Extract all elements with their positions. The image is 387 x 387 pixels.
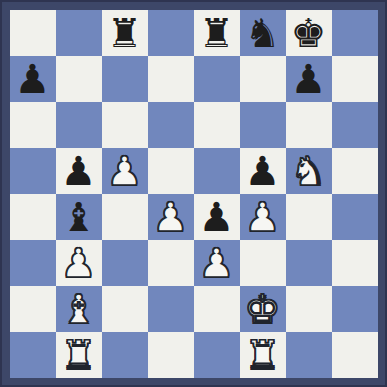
square-f2[interactable]: ♚ — [240, 286, 286, 332]
piece-black-pawn[interactable]: ♟ — [199, 194, 235, 240]
square-d6[interactable] — [148, 102, 194, 148]
square-e1[interactable] — [194, 332, 240, 378]
square-g1[interactable] — [286, 332, 332, 378]
piece-black-pawn[interactable]: ♟ — [291, 56, 327, 102]
square-d7[interactable] — [148, 56, 194, 102]
square-c2[interactable] — [102, 286, 148, 332]
piece-white-knight[interactable]: ♞ — [291, 148, 327, 194]
square-c5[interactable]: ♟ — [102, 148, 148, 194]
piece-black-pawn[interactable]: ♟ — [61, 148, 97, 194]
square-b2[interactable]: ♝ — [56, 286, 102, 332]
square-b5[interactable]: ♟ — [56, 148, 102, 194]
square-g8[interactable]: ♚ — [286, 10, 332, 56]
piece-black-king[interactable]: ♚ — [291, 10, 327, 56]
square-b1[interactable]: ♜ — [56, 332, 102, 378]
square-f7[interactable] — [240, 56, 286, 102]
square-a7[interactable]: ♟ — [10, 56, 56, 102]
chess-board: ♜♜♞♚♟♟♟♟♟♞♝♟♟♟♟♟♝♚♜♜ — [10, 10, 378, 378]
square-c1[interactable] — [102, 332, 148, 378]
square-d3[interactable] — [148, 240, 194, 286]
square-e3[interactable]: ♟ — [194, 240, 240, 286]
square-h5[interactable] — [332, 148, 378, 194]
square-h6[interactable] — [332, 102, 378, 148]
piece-white-pawn[interactable]: ♟ — [245, 194, 281, 240]
square-g5[interactable]: ♞ — [286, 148, 332, 194]
square-h8[interactable] — [332, 10, 378, 56]
square-d8[interactable] — [148, 10, 194, 56]
square-g4[interactable] — [286, 194, 332, 240]
square-g6[interactable] — [286, 102, 332, 148]
piece-black-knight[interactable]: ♞ — [245, 10, 281, 56]
piece-white-pawn[interactable]: ♟ — [153, 194, 189, 240]
square-f6[interactable] — [240, 102, 286, 148]
piece-white-pawn[interactable]: ♟ — [61, 240, 97, 286]
square-d5[interactable] — [148, 148, 194, 194]
square-c8[interactable]: ♜ — [102, 10, 148, 56]
piece-black-pawn[interactable]: ♟ — [245, 148, 281, 194]
square-c3[interactable] — [102, 240, 148, 286]
square-c4[interactable] — [102, 194, 148, 240]
square-b6[interactable] — [56, 102, 102, 148]
piece-white-rook[interactable]: ♜ — [61, 332, 97, 378]
square-b8[interactable] — [56, 10, 102, 56]
square-h1[interactable] — [332, 332, 378, 378]
square-b3[interactable]: ♟ — [56, 240, 102, 286]
square-a8[interactable] — [10, 10, 56, 56]
square-e6[interactable] — [194, 102, 240, 148]
square-a4[interactable] — [10, 194, 56, 240]
square-a2[interactable] — [10, 286, 56, 332]
square-f3[interactable] — [240, 240, 286, 286]
square-g2[interactable] — [286, 286, 332, 332]
square-c6[interactable] — [102, 102, 148, 148]
square-f4[interactable]: ♟ — [240, 194, 286, 240]
square-b7[interactable] — [56, 56, 102, 102]
square-g3[interactable] — [286, 240, 332, 286]
square-f1[interactable]: ♜ — [240, 332, 286, 378]
piece-white-rook[interactable]: ♜ — [245, 332, 281, 378]
piece-white-pawn[interactable]: ♟ — [107, 148, 143, 194]
board-frame: ♜♜♞♚♟♟♟♟♟♞♝♟♟♟♟♟♝♚♜♜ — [0, 0, 387, 387]
square-e7[interactable] — [194, 56, 240, 102]
square-d1[interactable] — [148, 332, 194, 378]
square-e5[interactable] — [194, 148, 240, 194]
piece-white-bishop[interactable]: ♝ — [61, 286, 97, 332]
piece-black-rook[interactable]: ♜ — [199, 10, 235, 56]
square-a3[interactable] — [10, 240, 56, 286]
square-f5[interactable]: ♟ — [240, 148, 286, 194]
piece-white-pawn[interactable]: ♟ — [199, 240, 235, 286]
piece-black-pawn[interactable]: ♟ — [15, 56, 51, 102]
square-f8[interactable]: ♞ — [240, 10, 286, 56]
square-h4[interactable] — [332, 194, 378, 240]
square-h3[interactable] — [332, 240, 378, 286]
square-h2[interactable] — [332, 286, 378, 332]
piece-black-rook[interactable]: ♜ — [107, 10, 143, 56]
square-e2[interactable] — [194, 286, 240, 332]
piece-white-king[interactable]: ♚ — [245, 286, 281, 332]
square-e4[interactable]: ♟ — [194, 194, 240, 240]
square-c7[interactable] — [102, 56, 148, 102]
square-a1[interactable] — [10, 332, 56, 378]
square-d2[interactable] — [148, 286, 194, 332]
square-d4[interactable]: ♟ — [148, 194, 194, 240]
square-a5[interactable] — [10, 148, 56, 194]
square-b4[interactable]: ♝ — [56, 194, 102, 240]
square-a6[interactable] — [10, 102, 56, 148]
piece-black-bishop[interactable]: ♝ — [61, 194, 97, 240]
square-h7[interactable] — [332, 56, 378, 102]
square-e8[interactable]: ♜ — [194, 10, 240, 56]
square-g7[interactable]: ♟ — [286, 56, 332, 102]
